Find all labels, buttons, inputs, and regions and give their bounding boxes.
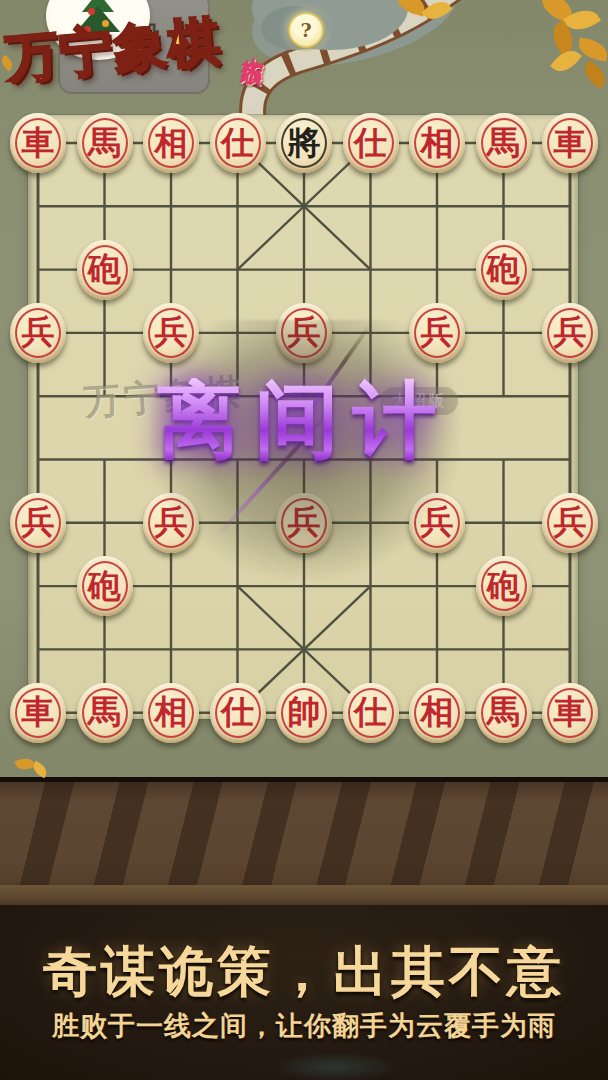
piece-character: 馬 [487,695,520,728]
piece-character: 相 [155,126,188,159]
piece-red-兵[interactable]: 兵 [542,303,598,363]
piece-red-兵[interactable]: 兵 [10,303,66,363]
piece-character: 兵 [155,505,188,538]
piece-character: 相 [421,126,454,159]
piece-character: 車 [22,695,55,728]
piece-character: 馬 [88,126,121,159]
piece-red-車[interactable]: 車 [542,113,598,173]
banner-subline: 胜败于一线之间，让你翻手为云覆手为雨 [0,1008,608,1044]
piece-character: 兵 [288,505,321,538]
piece-red-馬[interactable]: 馬 [476,683,532,743]
piece-red-相[interactable]: 相 [409,683,465,743]
piece-character: 砲 [487,252,520,285]
piece-red-仕[interactable]: 仕 [210,113,266,173]
piece-character: 兵 [155,315,188,348]
piece-character: 車 [554,126,587,159]
piece-character: 車 [554,695,587,728]
piece-character: 兵 [554,315,587,348]
piece-red-兵[interactable]: 兵 [143,493,199,553]
board-watermark-badge: 大招版 [380,387,458,415]
piece-red-仕[interactable]: 仕 [210,683,266,743]
help-button[interactable]: ? [288,12,324,48]
piece-black-將[interactable]: 將 [276,113,332,173]
piece-character: 仕 [354,695,387,728]
piece-red-車[interactable]: 車 [10,683,66,743]
piece-character: 車 [22,126,55,159]
piece-red-相[interactable]: 相 [143,683,199,743]
piece-character: 兵 [288,315,321,348]
piece-character: 兵 [554,505,587,538]
app-screen: 养毅 ★ 万宁象棋 大招版 ? 万宁象棋 大招版 [0,0,608,1080]
piece-character: 帥 [288,695,321,728]
piece-red-相[interactable]: 相 [143,113,199,173]
piece-red-兵[interactable]: 兵 [276,303,332,363]
piece-red-馬[interactable]: 馬 [77,683,133,743]
piece-character: 仕 [221,126,254,159]
piece-character: 砲 [88,252,121,285]
xiangqi-board[interactable]: 万宁象棋 大招版 車馬相仕將仕相馬車砲砲兵兵兵兵兵兵兵兵兵兵砲砲車馬相仕帥仕相馬… [28,115,578,719]
glimmer-effect [270,1052,400,1080]
question-mark-icon: ? [300,19,311,41]
piece-red-兵[interactable]: 兵 [276,493,332,553]
ornament-icon [88,8,95,15]
piece-red-仕[interactable]: 仕 [343,113,399,173]
piece-character: 將 [288,126,321,159]
piece-red-仕[interactable]: 仕 [343,683,399,743]
piece-character: 兵 [22,315,55,348]
piece-red-砲[interactable]: 砲 [77,240,133,300]
piece-red-砲[interactable]: 砲 [77,556,133,616]
piece-character: 相 [421,695,454,728]
piece-red-兵[interactable]: 兵 [542,493,598,553]
piece-character: 馬 [88,695,121,728]
beam-edge [0,885,608,907]
piece-red-相[interactable]: 相 [409,113,465,173]
leaf-icon [14,755,35,772]
banner-headline: 奇谋诡策，出其不意 [0,944,608,998]
piece-red-馬[interactable]: 馬 [476,113,532,173]
piece-character: 仕 [354,126,387,159]
piece-red-馬[interactable]: 馬 [77,113,133,173]
piece-red-砲[interactable]: 砲 [476,556,532,616]
piece-red-砲[interactable]: 砲 [476,240,532,300]
piece-character: 馬 [487,126,520,159]
piece-red-兵[interactable]: 兵 [409,493,465,553]
piece-character: 兵 [421,315,454,348]
piece-red-兵[interactable]: 兵 [409,303,465,363]
wooden-beam [0,777,608,892]
piece-character: 砲 [487,569,520,602]
piece-red-兵[interactable]: 兵 [143,303,199,363]
piece-character: 兵 [421,505,454,538]
piece-red-車[interactable]: 車 [542,683,598,743]
piece-character: 仕 [221,695,254,728]
piece-character: 相 [155,695,188,728]
piece-character: 兵 [22,505,55,538]
piece-red-車[interactable]: 車 [10,113,66,173]
piece-character: 砲 [88,569,121,602]
piece-red-兵[interactable]: 兵 [10,493,66,553]
leaf-icon [30,761,49,779]
piece-red-帥[interactable]: 帥 [276,683,332,743]
